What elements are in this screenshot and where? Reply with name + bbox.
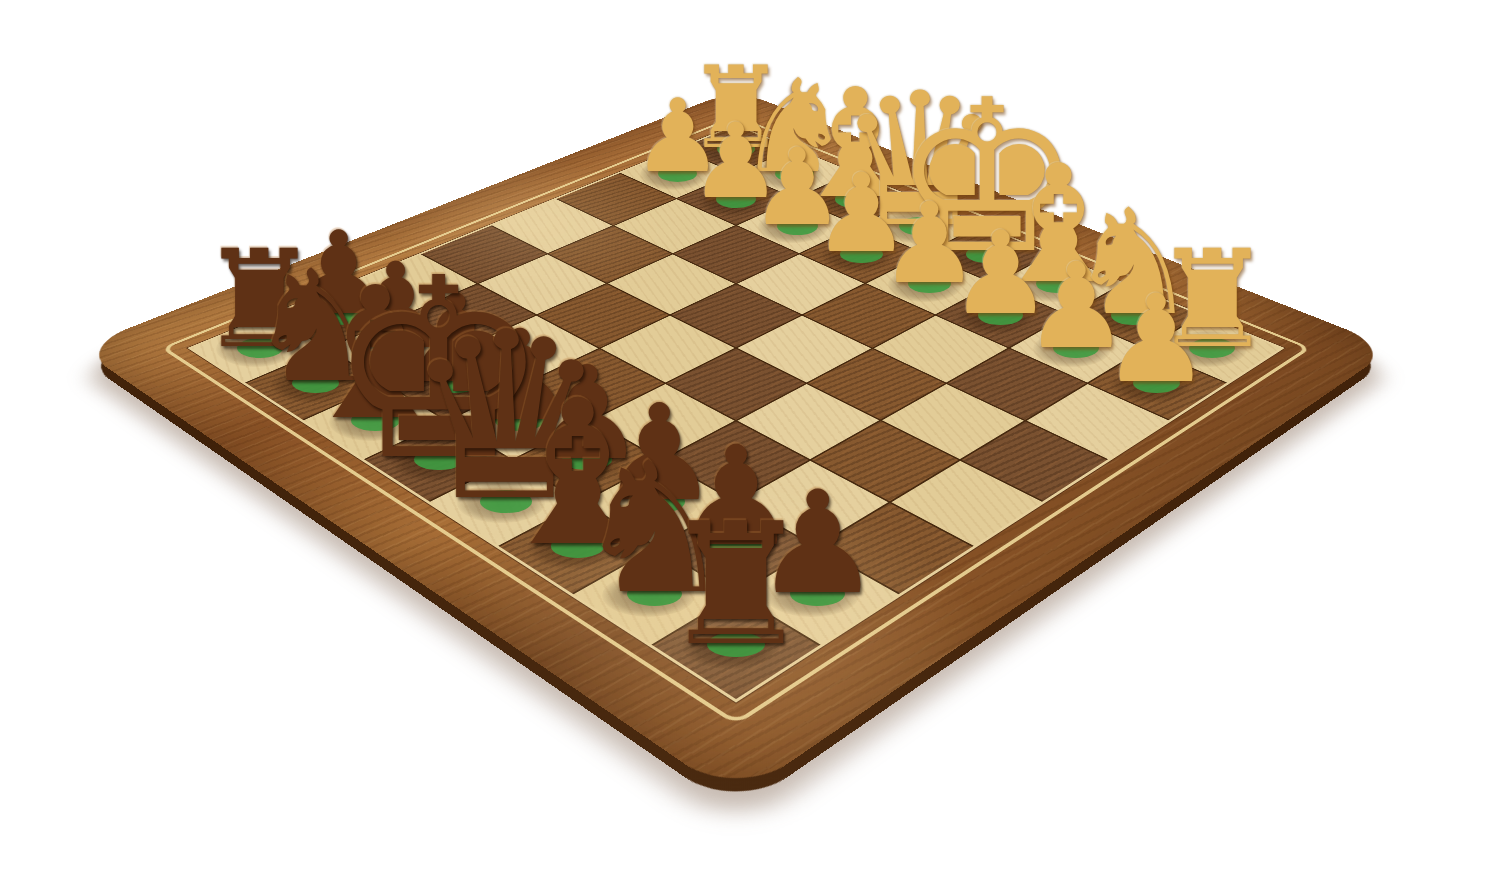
black-rook[interactable]: ♜: [661, 500, 812, 668]
chess-set-photo: ♜♞♝♛♚♝♞♜♟♟♟♟♟♟♟♟♟♟♟♟♟♟♟♟♜♞♝♚♛♝♞♜: [0, 0, 1500, 881]
white-pawn[interactable]: ♟: [1102, 279, 1211, 400]
